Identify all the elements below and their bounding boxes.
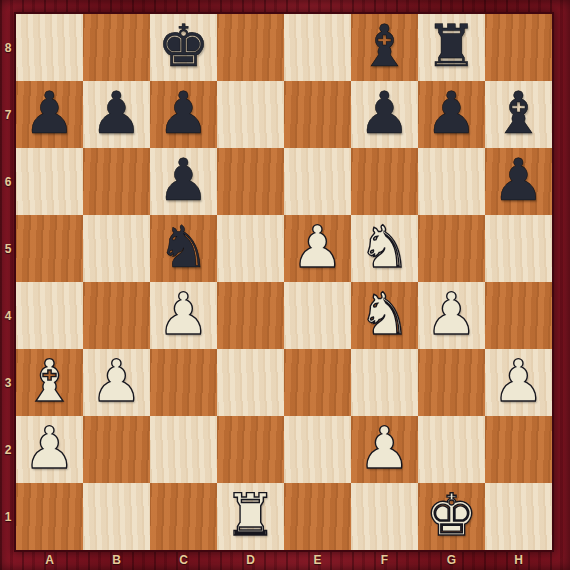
square-a3[interactable]: ♝ — [16, 349, 83, 416]
square-g5[interactable] — [418, 215, 485, 282]
white-knight-f4[interactable]: ♞ — [359, 285, 411, 343]
black-king-c8[interactable]: ♚ — [158, 17, 210, 75]
square-c3[interactable] — [150, 349, 217, 416]
square-f4[interactable]: ♞ — [351, 282, 418, 349]
square-d5[interactable] — [217, 215, 284, 282]
square-b7[interactable]: ♟ — [83, 81, 150, 148]
white-pawn-g4[interactable]: ♟ — [426, 285, 478, 343]
square-d8[interactable] — [217, 14, 284, 81]
black-knight-c5[interactable]: ♞ — [158, 218, 210, 276]
square-h3[interactable]: ♟ — [485, 349, 552, 416]
black-bishop-f8[interactable]: ♝ — [359, 17, 411, 75]
square-h2[interactable] — [485, 416, 552, 483]
square-c6[interactable]: ♟ — [150, 148, 217, 215]
chess-board: ♚♝♜♟♟♟♟♟♝♟♟♞♟♞♟♞♟♝♟♟♟♟♜♚ — [16, 14, 552, 550]
file-label-g: G — [418, 550, 485, 570]
square-d1[interactable]: ♜ — [217, 483, 284, 550]
square-a1[interactable] — [16, 483, 83, 550]
square-f1[interactable] — [351, 483, 418, 550]
square-e2[interactable] — [284, 416, 351, 483]
square-h8[interactable] — [485, 14, 552, 81]
rank-label-6: 6 — [0, 148, 16, 215]
square-f8[interactable]: ♝ — [351, 14, 418, 81]
square-a4[interactable] — [16, 282, 83, 349]
square-d4[interactable] — [217, 282, 284, 349]
rank-label-1: 1 — [0, 483, 16, 550]
rank-label-5: 5 — [0, 215, 16, 282]
rank-label-7: 7 — [0, 81, 16, 148]
square-g4[interactable]: ♟ — [418, 282, 485, 349]
black-pawn-a7[interactable]: ♟ — [24, 84, 76, 142]
square-g6[interactable] — [418, 148, 485, 215]
square-c4[interactable]: ♟ — [150, 282, 217, 349]
file-label-b: B — [83, 550, 150, 570]
white-pawn-h3[interactable]: ♟ — [493, 352, 545, 410]
square-f7[interactable]: ♟ — [351, 81, 418, 148]
file-label-d: D — [217, 550, 284, 570]
square-c5[interactable]: ♞ — [150, 215, 217, 282]
square-c2[interactable] — [150, 416, 217, 483]
file-label-a: A — [16, 550, 83, 570]
rank-label-4: 4 — [0, 282, 16, 349]
square-d6[interactable] — [217, 148, 284, 215]
square-g2[interactable] — [418, 416, 485, 483]
square-e7[interactable] — [284, 81, 351, 148]
square-b8[interactable] — [83, 14, 150, 81]
square-e3[interactable] — [284, 349, 351, 416]
square-a7[interactable]: ♟ — [16, 81, 83, 148]
square-e1[interactable] — [284, 483, 351, 550]
square-c8[interactable]: ♚ — [150, 14, 217, 81]
square-h5[interactable] — [485, 215, 552, 282]
square-e8[interactable] — [284, 14, 351, 81]
square-d2[interactable] — [217, 416, 284, 483]
square-a5[interactable] — [16, 215, 83, 282]
square-f5[interactable]: ♞ — [351, 215, 418, 282]
square-g8[interactable]: ♜ — [418, 14, 485, 81]
black-pawn-c7[interactable]: ♟ — [158, 84, 210, 142]
white-pawn-a2[interactable]: ♟ — [24, 419, 76, 477]
white-pawn-c4[interactable]: ♟ — [158, 285, 210, 343]
square-f2[interactable]: ♟ — [351, 416, 418, 483]
black-pawn-h6[interactable]: ♟ — [493, 151, 545, 209]
square-b2[interactable] — [83, 416, 150, 483]
square-e4[interactable] — [284, 282, 351, 349]
square-h1[interactable] — [485, 483, 552, 550]
square-a2[interactable]: ♟ — [16, 416, 83, 483]
square-b1[interactable] — [83, 483, 150, 550]
file-label-f: F — [351, 550, 418, 570]
black-pawn-g7[interactable]: ♟ — [426, 84, 478, 142]
square-a6[interactable] — [16, 148, 83, 215]
file-label-e: E — [284, 550, 351, 570]
white-pawn-b3[interactable]: ♟ — [91, 352, 143, 410]
square-f6[interactable] — [351, 148, 418, 215]
square-b5[interactable] — [83, 215, 150, 282]
white-bishop-a3[interactable]: ♝ — [24, 352, 76, 410]
board-frame: ♚♝♜♟♟♟♟♟♝♟♟♞♟♞♟♞♟♝♟♟♟♟♜♚ 87654321ABCDEFG… — [0, 0, 570, 570]
black-bishop-h7[interactable]: ♝ — [493, 84, 545, 142]
square-e5[interactable]: ♟ — [284, 215, 351, 282]
black-pawn-b7[interactable]: ♟ — [91, 84, 143, 142]
square-a8[interactable] — [16, 14, 83, 81]
square-d3[interactable] — [217, 349, 284, 416]
black-pawn-c6[interactable]: ♟ — [158, 151, 210, 209]
file-label-h: H — [485, 550, 552, 570]
square-h7[interactable]: ♝ — [485, 81, 552, 148]
square-b4[interactable] — [83, 282, 150, 349]
square-g1[interactable]: ♚ — [418, 483, 485, 550]
square-c7[interactable]: ♟ — [150, 81, 217, 148]
square-g3[interactable] — [418, 349, 485, 416]
square-d7[interactable] — [217, 81, 284, 148]
square-g7[interactable]: ♟ — [418, 81, 485, 148]
white-pawn-e5[interactable]: ♟ — [292, 218, 344, 276]
file-label-c: C — [150, 550, 217, 570]
square-h6[interactable]: ♟ — [485, 148, 552, 215]
square-c1[interactable] — [150, 483, 217, 550]
white-rook-d1[interactable]: ♜ — [225, 486, 277, 544]
black-rook-g8[interactable]: ♜ — [426, 17, 478, 75]
white-knight-f5[interactable]: ♞ — [359, 218, 411, 276]
rank-label-8: 8 — [0, 14, 16, 81]
black-pawn-f7[interactable]: ♟ — [359, 84, 411, 142]
rank-label-2: 2 — [0, 416, 16, 483]
square-b6[interactable] — [83, 148, 150, 215]
square-h4[interactable] — [485, 282, 552, 349]
rank-label-3: 3 — [0, 349, 16, 416]
square-f3[interactable] — [351, 349, 418, 416]
square-b3[interactable]: ♟ — [83, 349, 150, 416]
square-e6[interactable] — [284, 148, 351, 215]
white-pawn-f2[interactable]: ♟ — [359, 419, 411, 477]
white-king-g1[interactable]: ♚ — [426, 486, 478, 544]
